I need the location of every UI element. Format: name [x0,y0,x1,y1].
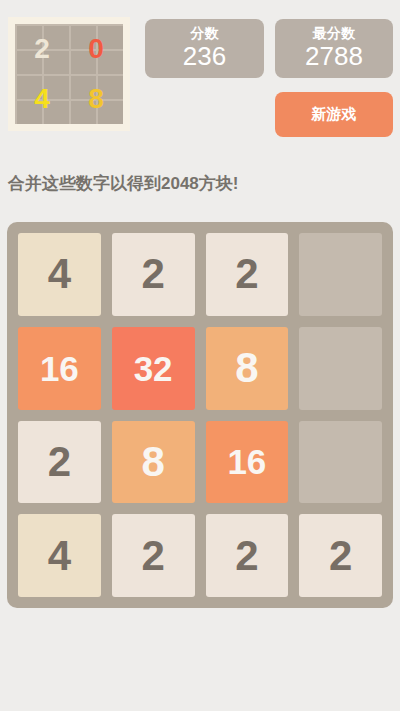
logo-digit-4: 4 [34,85,50,113]
empty-cell [299,421,382,504]
empty-cell [299,327,382,410]
game-board[interactable]: 4221632828164222 [7,222,393,608]
tile-8: 8 [112,421,195,504]
tile-2: 2 [112,233,195,316]
tile-2: 2 [299,514,382,597]
tile-16: 16 [18,327,101,410]
tile-8: 8 [206,327,289,410]
best-score-box: 最分数 2788 [275,19,393,78]
instruction-text: 合并这些数字以得到2048方块! [8,172,392,195]
logo-grid: 2 0 4 8 [15,24,123,124]
tile-2: 2 [206,233,289,316]
empty-cell [299,233,382,316]
best-score-label: 最分数 [313,25,355,42]
new-game-button[interactable]: 新游戏 [275,92,393,137]
tile-4: 4 [18,233,101,316]
score-value: 236 [183,42,226,72]
logo-digit-2: 2 [34,35,50,63]
game-page: 2 0 4 8 分数 236 最分数 2788 新游戏 合并这些数字以得到204… [0,0,400,711]
tile-4: 4 [18,514,101,597]
score-label: 分数 [191,25,219,42]
tile-16: 16 [206,421,289,504]
tile-2: 2 [112,514,195,597]
score-box: 分数 236 [145,19,264,78]
tile-32: 32 [112,327,195,410]
logo-digit-0: 0 [88,35,104,63]
best-score-value: 2788 [305,42,363,72]
tile-2: 2 [206,514,289,597]
tile-2: 2 [18,421,101,504]
logo-2048: 2 0 4 8 [8,17,130,131]
logo-digit-8: 8 [88,85,104,113]
